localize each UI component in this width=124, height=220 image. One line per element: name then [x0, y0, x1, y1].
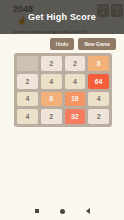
- new-game-button[interactable]: New Game: [78, 38, 116, 50]
- undo-button[interactable]: Undo: [50, 38, 75, 50]
- tile-8: 8: [41, 92, 62, 107]
- board[interactable]: 228244644816442322: [14, 53, 112, 127]
- tile-2: 2: [17, 74, 38, 89]
- tile-64: 64: [88, 74, 109, 89]
- toolbar: Undo New Game: [50, 38, 116, 50]
- tile-16: 16: [65, 92, 86, 107]
- tile-2: 2: [65, 56, 86, 71]
- android-navbar: [0, 205, 124, 217]
- back-icon[interactable]: [86, 208, 90, 214]
- tile-4: 4: [41, 74, 62, 89]
- tile-4: 4: [88, 92, 109, 107]
- tile-4: 4: [17, 109, 38, 124]
- tile-2: 2: [88, 109, 109, 124]
- tile-4: 4: [65, 74, 86, 89]
- 2048-app: 2048 ☝ SCORE 0 BEST 0 Join the numbers a…: [0, 0, 124, 220]
- tile-2: 2: [41, 56, 62, 71]
- overlay-title: Get High Score: [0, 12, 124, 22]
- tile-32: 32: [65, 109, 86, 124]
- tile-4: 4: [17, 92, 38, 107]
- home-icon[interactable]: [60, 209, 65, 214]
- tile-2: 2: [41, 109, 62, 124]
- empty-cell: [17, 56, 38, 71]
- tile-8: 8: [88, 56, 109, 71]
- recents-icon[interactable]: [35, 209, 39, 213]
- coachmark-overlay[interactable]: Get High Score: [0, 0, 124, 34]
